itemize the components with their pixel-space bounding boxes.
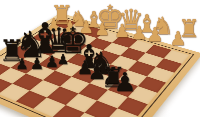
piece-black-p-a7[interactable]: ♟ [15,57,30,72]
chess-set-photo: ♜♞♝♛♚♝♞♜♟♟♟♟♟♟♟♟♜♞♝♛♚♝♞♜♟♟♟♟♟♟♟♟ [0,0,200,117]
piece-black-p-c7[interactable]: ♟ [44,54,60,70]
piece-white-p-e2[interactable]: ♟ [94,21,111,38]
piece-white-p-b2[interactable]: ♟ [146,25,165,44]
piece-black-p-b7[interactable]: ♟ [29,56,45,72]
piece-white-p-a2[interactable]: ♟ [169,29,188,48]
piece-black-p-h7[interactable]: ♟ [112,69,138,95]
piece-white-p-d2[interactable]: ♟ [113,22,131,40]
